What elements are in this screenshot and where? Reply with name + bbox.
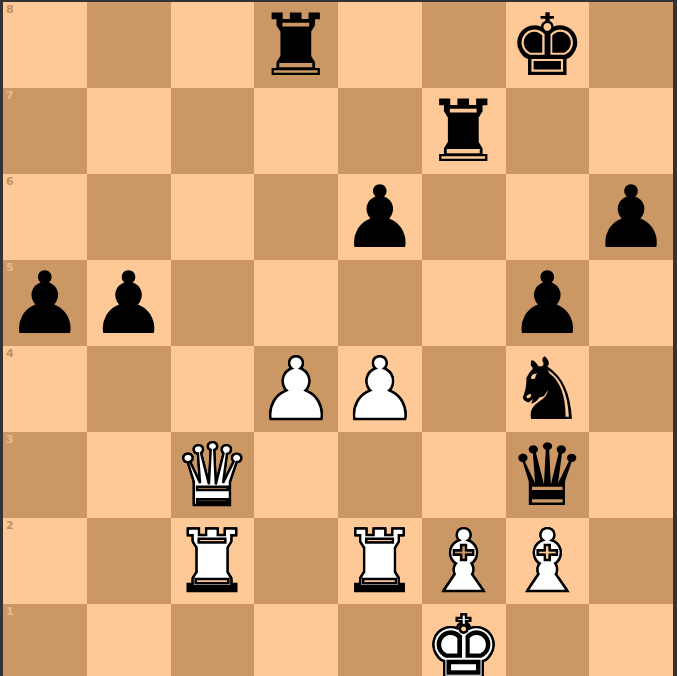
square-c5[interactable] xyxy=(171,260,255,346)
square-b3[interactable] xyxy=(87,432,171,518)
square-a3[interactable]: 3 xyxy=(3,432,87,518)
square-g5[interactable]: ♟ xyxy=(506,260,590,346)
square-h2[interactable] xyxy=(589,518,673,604)
square-b8[interactable] xyxy=(87,2,171,88)
square-h4[interactable] xyxy=(589,346,673,432)
square-h3[interactable] xyxy=(589,432,673,518)
black-knight-g4[interactable]: ♞ xyxy=(509,346,586,432)
square-f8[interactable] xyxy=(422,2,506,88)
square-d8[interactable]: ♜ xyxy=(254,2,338,88)
white-pawn-d4[interactable]: ♟ xyxy=(258,346,335,432)
black-rook-d8[interactable]: ♜ xyxy=(258,2,335,88)
square-a2[interactable]: 2 xyxy=(3,518,87,604)
black-pawn-g5[interactable]: ♟ xyxy=(509,260,586,346)
square-d7[interactable] xyxy=(254,88,338,174)
square-g4[interactable]: ♞ xyxy=(506,346,590,432)
rank-label-1: 1 xyxy=(6,606,14,617)
square-h1[interactable]: h xyxy=(589,604,673,676)
square-f4[interactable] xyxy=(422,346,506,432)
square-f6[interactable] xyxy=(422,174,506,260)
square-d2[interactable] xyxy=(254,518,338,604)
square-g2[interactable]: ♝ xyxy=(506,518,590,604)
black-pawn-h6[interactable]: ♟ xyxy=(593,174,670,260)
square-a8[interactable]: 8 xyxy=(3,2,87,88)
chess-board: 8♜♚7♜6♟♟5♟♟♟4♟♟♞3♛♛2♜♜♝♝1abcdef♚gh xyxy=(3,2,673,669)
square-h7[interactable] xyxy=(589,88,673,174)
square-b5[interactable]: ♟ xyxy=(87,260,171,346)
white-king-f1[interactable]: ♚ xyxy=(425,604,502,676)
square-d3[interactable] xyxy=(254,432,338,518)
square-b2[interactable] xyxy=(87,518,171,604)
black-rook-f7[interactable]: ♜ xyxy=(425,88,502,174)
square-e1[interactable]: e xyxy=(338,604,422,676)
square-a7[interactable]: 7 xyxy=(3,88,87,174)
square-a1[interactable]: 1a xyxy=(3,604,87,676)
square-f3[interactable] xyxy=(422,432,506,518)
square-e6[interactable]: ♟ xyxy=(338,174,422,260)
square-c6[interactable] xyxy=(171,174,255,260)
square-c3[interactable]: ♛ xyxy=(171,432,255,518)
square-b6[interactable] xyxy=(87,174,171,260)
rank-label-6: 6 xyxy=(6,176,14,187)
square-g8[interactable]: ♚ xyxy=(506,2,590,88)
square-f1[interactable]: f♚ xyxy=(422,604,506,676)
square-b1[interactable]: b xyxy=(87,604,171,676)
white-pawn-e4[interactable]: ♟ xyxy=(341,346,418,432)
square-a5[interactable]: 5♟ xyxy=(3,260,87,346)
rank-label-2: 2 xyxy=(6,520,14,531)
square-c4[interactable] xyxy=(171,346,255,432)
square-b4[interactable] xyxy=(87,346,171,432)
square-a6[interactable]: 6 xyxy=(3,174,87,260)
white-rook-e2[interactable]: ♜ xyxy=(341,518,418,604)
white-rook-c2[interactable]: ♜ xyxy=(174,518,251,604)
square-e2[interactable]: ♜ xyxy=(338,518,422,604)
square-d4[interactable]: ♟ xyxy=(254,346,338,432)
black-pawn-b5[interactable]: ♟ xyxy=(90,260,167,346)
square-c2[interactable]: ♜ xyxy=(171,518,255,604)
square-d6[interactable] xyxy=(254,174,338,260)
rank-label-3: 3 xyxy=(6,434,14,445)
square-h6[interactable]: ♟ xyxy=(589,174,673,260)
chess-board-frame: 8♜♚7♜6♟♟5♟♟♟4♟♟♞3♛♛2♜♜♝♝1abcdef♚gh xyxy=(0,0,677,676)
rank-label-7: 7 xyxy=(6,90,14,101)
square-g7[interactable] xyxy=(506,88,590,174)
black-pawn-e6[interactable]: ♟ xyxy=(341,174,418,260)
black-king-g8[interactable]: ♚ xyxy=(509,2,586,88)
square-e3[interactable] xyxy=(338,432,422,518)
white-bishop-g2[interactable]: ♝ xyxy=(509,518,586,604)
black-pawn-a5[interactable]: ♟ xyxy=(6,260,83,346)
rank-label-8: 8 xyxy=(6,4,14,15)
square-g6[interactable] xyxy=(506,174,590,260)
white-queen-c3[interactable]: ♛ xyxy=(174,432,251,518)
square-f5[interactable] xyxy=(422,260,506,346)
square-c8[interactable] xyxy=(171,2,255,88)
square-h5[interactable] xyxy=(589,260,673,346)
square-d5[interactable] xyxy=(254,260,338,346)
square-g3[interactable]: ♛ xyxy=(506,432,590,518)
square-a4[interactable]: 4 xyxy=(3,346,87,432)
square-e5[interactable] xyxy=(338,260,422,346)
square-c1[interactable]: c xyxy=(171,604,255,676)
square-c7[interactable] xyxy=(171,88,255,174)
square-e7[interactable] xyxy=(338,88,422,174)
square-e8[interactable] xyxy=(338,2,422,88)
square-f2[interactable]: ♝ xyxy=(422,518,506,604)
square-f7[interactable]: ♜ xyxy=(422,88,506,174)
square-g1[interactable]: g xyxy=(506,604,590,676)
square-b7[interactable] xyxy=(87,88,171,174)
square-h8[interactable] xyxy=(589,2,673,88)
square-e4[interactable]: ♟ xyxy=(338,346,422,432)
white-bishop-f2[interactable]: ♝ xyxy=(425,518,502,604)
square-d1[interactable]: d xyxy=(254,604,338,676)
black-queen-g3[interactable]: ♛ xyxy=(509,432,586,518)
